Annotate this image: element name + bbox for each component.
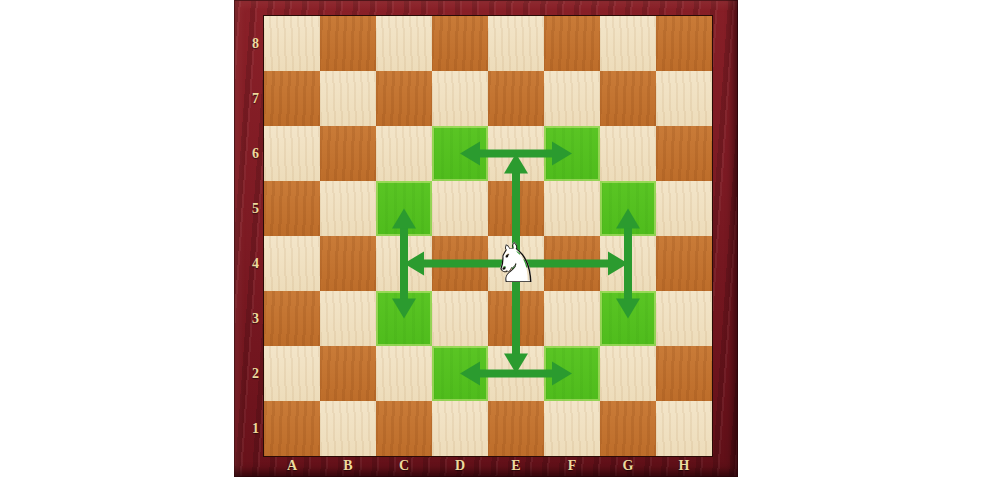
pieces-layer: ♞♘ (264, 16, 712, 456)
chess-board-frame: 87654321 ♞♘ ABCDEFGH (234, 0, 738, 477)
rank-label-7: 7 (234, 71, 264, 126)
rank-label-2: 2 (234, 346, 264, 401)
page-background: 87654321 ♞♘ ABCDEFGH (0, 0, 1000, 480)
file-labels: ABCDEFGH (264, 456, 712, 476)
rank-label-4: 4 (234, 236, 264, 291)
file-label-e: E (488, 456, 544, 476)
rank-labels: 87654321 (234, 16, 264, 456)
file-label-g: G (600, 456, 656, 476)
file-label-c: C (376, 456, 432, 476)
file-label-b: B (320, 456, 376, 476)
rank-label-6: 6 (234, 126, 264, 181)
file-label-h: H (656, 456, 712, 476)
file-label-a: A (264, 456, 320, 476)
file-label-f: F (544, 456, 600, 476)
white-knight-outline-glyph: ♘ (488, 236, 544, 291)
rank-label-3: 3 (234, 291, 264, 346)
white-knight[interactable]: ♞♘ (488, 236, 544, 291)
rank-label-8: 8 (234, 16, 264, 71)
file-label-d: D (432, 456, 488, 476)
rank-label-5: 5 (234, 181, 264, 236)
rank-label-1: 1 (234, 401, 264, 456)
